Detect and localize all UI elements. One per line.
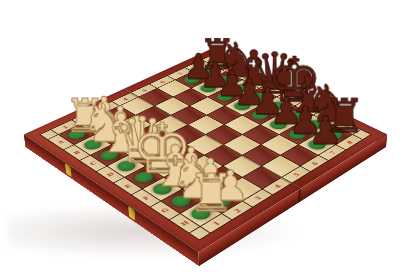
board-fold-seam-side (298, 188, 301, 203)
product-photo-scene: 12345678AABBCCDDEEFFGGHH12345678 ♜♞♝♛♚♝♞… (0, 0, 416, 277)
brass-clasp (129, 206, 136, 221)
black-pawn-glyph: ♟ (306, 112, 344, 149)
piece-white-rook-h1[interactable]: ♜ (181, 201, 221, 225)
brass-clasp (65, 163, 72, 177)
white-rook-glyph: ♜ (188, 169, 230, 219)
